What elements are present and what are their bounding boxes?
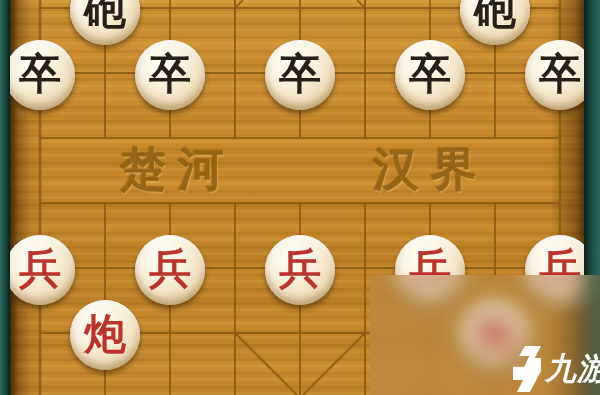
piece-glyph: 兵 [279,248,321,290]
xiangqi-board: 楚河 汉界 砲砲卒卒卒卒卒兵兵兵兵兵炮炮 九游 [0,0,600,395]
board-frame-left [0,0,10,395]
piece-red-cannon[interactable]: 炮 [70,300,140,370]
watermark-text: 九游 [545,348,600,390]
piece-glyph: 兵 [149,248,191,290]
piece-glyph: 砲 [84,0,126,30]
piece-black-soldier[interactable]: 卒 [265,40,335,110]
watermark: 九游 [513,346,600,392]
piece-glyph: 卒 [19,53,61,95]
piece-black-soldier[interactable]: 卒 [135,40,205,110]
river-label-han-jie: 汉界 [373,144,489,196]
piece-glyph: 卒 [149,53,191,95]
piece-glyph: 卒 [279,53,321,95]
piece-glyph: 兵 [19,248,61,290]
piece-glyph: 卒 [409,53,451,95]
piece-glyph: 砲 [474,0,516,30]
piece-black-soldier[interactable]: 卒 [395,40,465,110]
jiuyou-logo-icon [513,346,541,392]
piece-glyph: 卒 [539,53,581,95]
river-label-chu-he: 楚河 [120,144,236,196]
piece-red-soldier[interactable]: 兵 [265,235,335,305]
piece-glyph: 炮 [84,313,126,355]
piece-red-soldier[interactable]: 兵 [135,235,205,305]
piece-black-soldier[interactable]: 卒 [5,40,75,110]
piece-red-soldier[interactable]: 兵 [5,235,75,305]
